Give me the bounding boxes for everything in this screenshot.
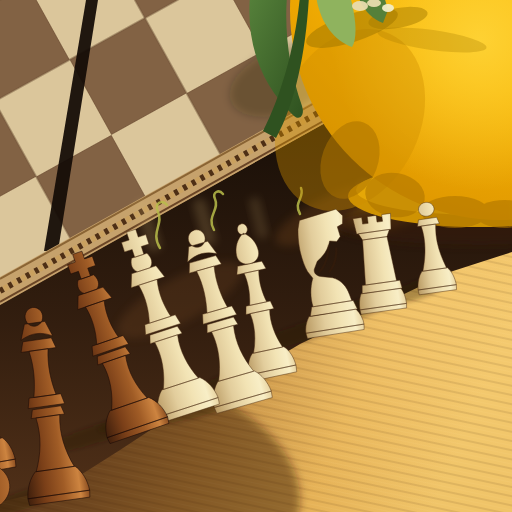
photo-scene: [0, 0, 512, 512]
scene-canvas: [0, 0, 512, 512]
